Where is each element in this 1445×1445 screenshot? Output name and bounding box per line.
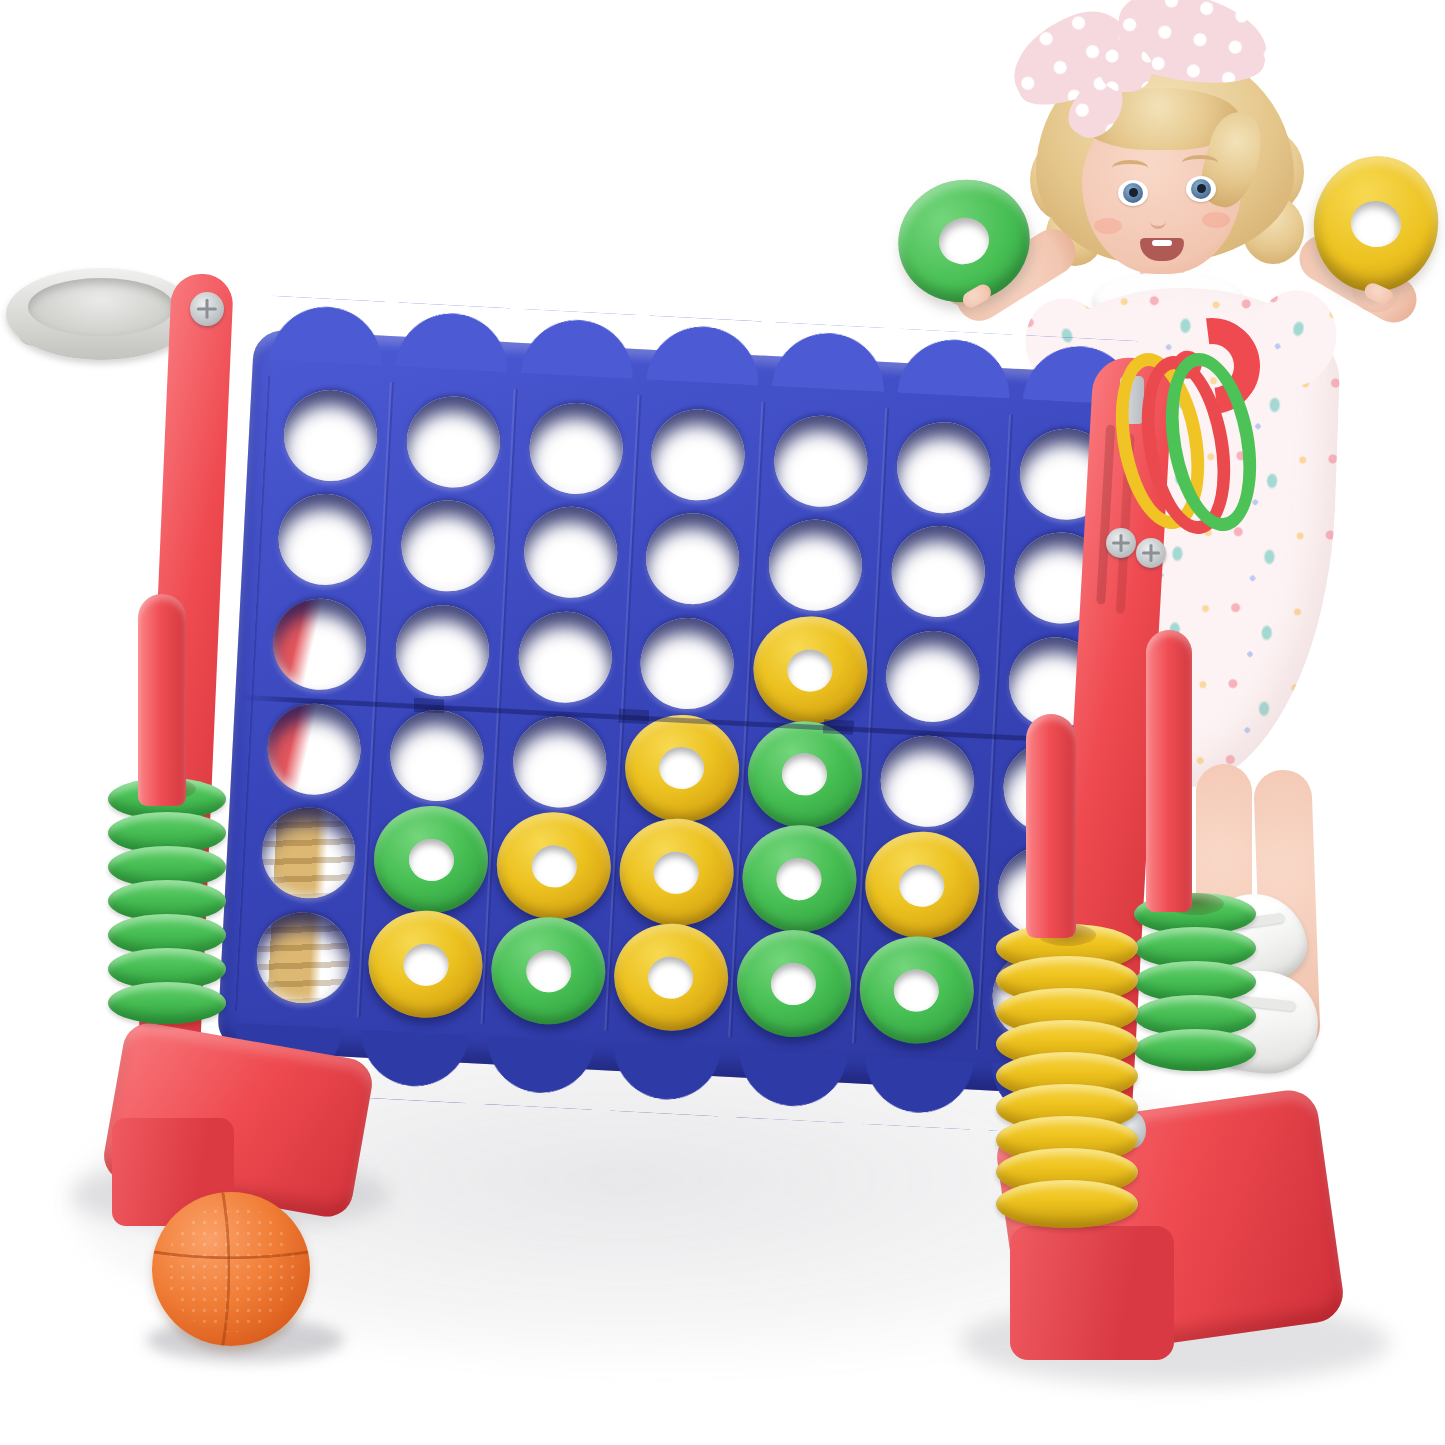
- board-cell-col5-row1[interactable]: [757, 406, 885, 517]
- hole: [393, 603, 491, 699]
- hole: [254, 910, 352, 1006]
- board-cell-col1-row2[interactable]: [261, 484, 389, 595]
- disc-green: [489, 914, 608, 1027]
- board-cell-col3-row1[interactable]: [512, 393, 640, 504]
- hole: [879, 733, 977, 829]
- hole: [282, 388, 380, 484]
- board-cell-col6-row1[interactable]: [880, 412, 1008, 523]
- eyebrow: [1112, 160, 1148, 176]
- eye: [1186, 176, 1216, 202]
- board-cell-col6-row6[interactable]: [852, 935, 980, 1046]
- cheek: [1202, 212, 1230, 228]
- right-foot-front: [1010, 1226, 1174, 1360]
- eye: [1118, 180, 1148, 206]
- board-cell-col1-row1[interactable]: [266, 380, 394, 491]
- ring-post: [1146, 630, 1192, 912]
- scene: [0, 0, 1445, 1445]
- ring-stack-front-right: [996, 924, 1138, 1220]
- basketball: [152, 1192, 310, 1346]
- board-cell-col5-row6[interactable]: [730, 928, 858, 1039]
- board-cell-col4-row3[interactable]: [623, 608, 751, 719]
- disc-yellow: [751, 614, 870, 727]
- disc-green: [745, 718, 864, 831]
- hole: [639, 616, 737, 712]
- board-cell-col4-row2[interactable]: [629, 504, 757, 615]
- board-cell-col6-row2[interactable]: [874, 517, 1002, 628]
- disc-yellow: [862, 829, 981, 942]
- screw-icon: [1106, 528, 1136, 558]
- board-cell-col6-row4[interactable]: [863, 726, 991, 837]
- bow-knot: [1100, 46, 1152, 92]
- board-cell-col2-row5[interactable]: [367, 804, 495, 915]
- board-cell-col6-row3[interactable]: [869, 621, 997, 732]
- board-cell-col1-row4[interactable]: [250, 693, 378, 804]
- board-cell-col2-row2[interactable]: [384, 491, 512, 602]
- ring-post: [1026, 714, 1076, 938]
- board-cell-col4-row1[interactable]: [634, 399, 762, 510]
- hole: [772, 413, 870, 509]
- board-cell-col2-row6[interactable]: [362, 909, 490, 1020]
- yellow-toss-ring: [996, 1180, 1138, 1228]
- disc-yellow: [366, 908, 485, 1021]
- disc-yellow: [611, 921, 730, 1034]
- board-cell-col2-row4[interactable]: [373, 700, 501, 811]
- hole: [399, 498, 497, 594]
- board-cell-col3-row4[interactable]: [495, 706, 623, 817]
- board-cell-col4-row5[interactable]: [613, 817, 741, 928]
- eyebrow: [1182, 155, 1218, 171]
- ring-stack-front-left: [108, 778, 226, 1024]
- hole: [388, 708, 486, 804]
- disc-green: [372, 803, 491, 916]
- disc-yellow: [494, 810, 613, 923]
- green-toss-ring: [108, 982, 226, 1024]
- disc-green: [857, 934, 976, 1047]
- board-cell-col5-row2[interactable]: [752, 510, 880, 621]
- hole: [522, 505, 620, 601]
- disc-yellow: [617, 816, 736, 929]
- hole: [265, 701, 363, 797]
- disc-green: [734, 927, 853, 1040]
- hole: [271, 597, 369, 693]
- screw-icon: [1136, 538, 1166, 568]
- hole: [884, 629, 982, 725]
- hole: [644, 511, 742, 607]
- board-cell-col2-row1[interactable]: [389, 386, 517, 497]
- hole: [895, 420, 993, 516]
- board-cell-col3-row2[interactable]: [506, 497, 634, 608]
- screw-icon: [190, 292, 224, 326]
- hole: [650, 407, 748, 503]
- disc-yellow: [622, 712, 741, 825]
- board-cell-col5-row4[interactable]: [741, 719, 869, 830]
- board-cell-col5-row3[interactable]: [746, 615, 874, 726]
- hole: [260, 806, 358, 902]
- board-cell-col5-row5[interactable]: [735, 824, 863, 935]
- board-cell-col6-row5[interactable]: [858, 830, 986, 941]
- board-cell-col3-row6[interactable]: [484, 915, 612, 1026]
- board-cell-col3-row3[interactable]: [501, 602, 629, 713]
- disc-green: [740, 823, 859, 936]
- cheek: [1094, 218, 1122, 234]
- board-cell-col1-row5[interactable]: [244, 798, 372, 909]
- board-cell-col4-row6[interactable]: [607, 922, 735, 1033]
- hole: [527, 400, 625, 496]
- green-toss-ring: [1134, 1029, 1256, 1071]
- hole: [276, 492, 374, 588]
- board-cell-col1-row3[interactable]: [255, 589, 383, 700]
- board-cell-col3-row5[interactable]: [490, 811, 618, 922]
- hole: [516, 609, 614, 705]
- hole: [511, 714, 609, 810]
- board-cell-col4-row4[interactable]: [618, 713, 746, 824]
- hole: [767, 518, 865, 614]
- board-cell-col1-row6[interactable]: [239, 903, 367, 1014]
- ring-stack-right: [1134, 893, 1256, 1071]
- hole: [404, 394, 502, 490]
- board-cell-col2-row3[interactable]: [378, 595, 506, 706]
- basketball-hoop: [6, 268, 196, 360]
- nose: [1150, 214, 1166, 229]
- ring-post: [138, 594, 186, 806]
- hole: [890, 524, 988, 620]
